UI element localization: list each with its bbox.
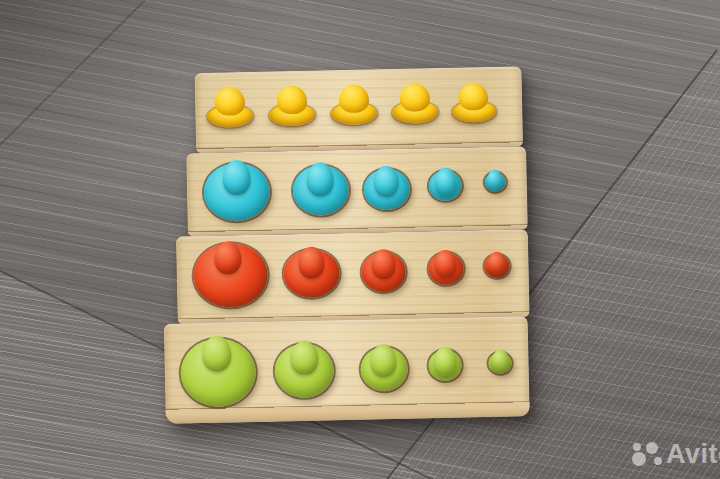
cylinder-knob[interactable] [214, 241, 242, 275]
cylinder-knob[interactable] [487, 252, 506, 276]
avito-logo-dot [654, 457, 662, 465]
cylinder-knob[interactable] [215, 87, 246, 116]
cylinder-knob[interactable] [487, 170, 503, 191]
avito-logo-dot [633, 443, 641, 451]
cylinder-knob[interactable] [298, 246, 325, 279]
cylinder-knob[interactable] [459, 83, 489, 111]
cylinder-knob[interactable] [371, 249, 396, 279]
block-row-red [176, 229, 530, 324]
cylinder-blocks-toy [154, 52, 534, 428]
avito-logo-text: Avito [666, 439, 720, 470]
cylinder-knob[interactable] [433, 347, 457, 376]
block-row-yellow [194, 66, 523, 153]
cylinder-knob[interactable] [400, 83, 431, 112]
cylinder-knob[interactable] [435, 168, 458, 196]
avito-logo-dot [632, 452, 646, 466]
cylinder-knob[interactable] [491, 350, 509, 372]
block-row-green [164, 316, 530, 424]
cylinder-knob[interactable] [434, 250, 457, 278]
cylinder-knob[interactable] [339, 84, 370, 113]
cylinder-knob[interactable] [277, 86, 308, 115]
photo-scene: Avito [0, 0, 720, 479]
avito-watermark: Avito [612, 436, 720, 472]
cylinder-knob[interactable] [290, 341, 319, 376]
cylinder-knob[interactable] [373, 166, 399, 198]
block-row-cyan [186, 146, 528, 236]
avito-logo-dot [646, 442, 658, 454]
cylinder-knob[interactable] [370, 344, 397, 378]
avito-logo-icon [612, 436, 664, 470]
